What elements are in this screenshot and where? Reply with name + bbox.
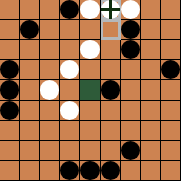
white-stone bbox=[40, 80, 59, 99]
board-cell[interactable] bbox=[40, 60, 60, 80]
board-cell[interactable] bbox=[101, 121, 121, 141]
white-stone bbox=[121, 0, 140, 19]
board-cell[interactable] bbox=[60, 60, 80, 80]
board-cell[interactable] bbox=[141, 141, 161, 161]
game-board bbox=[0, 0, 181, 181]
board-cell[interactable] bbox=[121, 161, 141, 181]
board-cell[interactable] bbox=[0, 0, 20, 20]
board-cell[interactable] bbox=[80, 141, 100, 161]
board-cell[interactable] bbox=[161, 60, 181, 80]
board-cell[interactable] bbox=[141, 0, 161, 20]
board-cell[interactable] bbox=[60, 20, 80, 40]
board-cell[interactable] bbox=[141, 40, 161, 60]
board-cell[interactable] bbox=[141, 60, 161, 80]
board-cell[interactable] bbox=[40, 121, 60, 141]
white-stone bbox=[80, 0, 99, 19]
board-cell[interactable] bbox=[121, 0, 141, 20]
board-cell[interactable] bbox=[40, 161, 60, 181]
board-cell[interactable] bbox=[20, 0, 40, 20]
black-stone bbox=[80, 161, 99, 180]
board-cell[interactable] bbox=[80, 0, 100, 20]
board-cell[interactable] bbox=[161, 20, 181, 40]
black-stone bbox=[0, 80, 19, 99]
board-cell[interactable] bbox=[101, 80, 121, 100]
board-cell[interactable] bbox=[40, 40, 60, 60]
black-stone bbox=[101, 161, 120, 180]
board-cell[interactable] bbox=[20, 121, 40, 141]
board-cell[interactable] bbox=[80, 121, 100, 141]
board-cell[interactable] bbox=[0, 141, 20, 161]
board-cell[interactable] bbox=[60, 161, 80, 181]
board-cell[interactable] bbox=[0, 80, 20, 100]
board-cell[interactable] bbox=[60, 121, 80, 141]
black-stone bbox=[20, 20, 39, 39]
board-cell[interactable] bbox=[161, 121, 181, 141]
board-cell[interactable] bbox=[101, 161, 121, 181]
board-cell[interactable] bbox=[80, 40, 100, 60]
board-cell[interactable] bbox=[161, 40, 181, 60]
green-square-marker[interactable] bbox=[80, 80, 100, 100]
board-cell[interactable] bbox=[101, 40, 121, 60]
black-stone bbox=[60, 161, 79, 180]
board-cell[interactable] bbox=[0, 40, 20, 60]
board-cell[interactable] bbox=[40, 101, 60, 121]
board-cell[interactable] bbox=[60, 40, 80, 60]
board-cell[interactable] bbox=[121, 40, 141, 60]
board-cell[interactable] bbox=[161, 0, 181, 20]
black-stone bbox=[60, 0, 79, 19]
crosshair-marker-icon bbox=[101, 8, 120, 11]
board-cell[interactable] bbox=[20, 80, 40, 100]
black-stone bbox=[121, 141, 140, 160]
board-cell[interactable] bbox=[20, 20, 40, 40]
board-cell[interactable] bbox=[40, 20, 60, 40]
board-cell[interactable] bbox=[60, 0, 80, 20]
white-stone bbox=[60, 101, 79, 120]
black-stone bbox=[101, 80, 120, 99]
black-stone bbox=[0, 60, 19, 79]
board-cell[interactable] bbox=[101, 60, 121, 80]
board-cell[interactable] bbox=[141, 121, 161, 141]
board-cell[interactable] bbox=[80, 101, 100, 121]
board-cell[interactable] bbox=[161, 80, 181, 100]
board-cell[interactable] bbox=[60, 80, 80, 100]
board-cell[interactable] bbox=[40, 80, 60, 100]
board-cell[interactable] bbox=[141, 161, 161, 181]
black-stone bbox=[161, 60, 180, 79]
board-cell[interactable] bbox=[40, 0, 60, 20]
board-cell[interactable] bbox=[20, 101, 40, 121]
white-stone bbox=[60, 60, 79, 79]
highlighted-empty-cell[interactable] bbox=[101, 20, 121, 40]
board-cell[interactable] bbox=[121, 80, 141, 100]
board-cell[interactable] bbox=[0, 101, 20, 121]
board-cell[interactable] bbox=[60, 141, 80, 161]
board-cell[interactable] bbox=[0, 60, 20, 80]
board-cell[interactable] bbox=[161, 141, 181, 161]
board-cell[interactable] bbox=[121, 20, 141, 40]
board-cell[interactable] bbox=[20, 40, 40, 60]
board-cell[interactable] bbox=[0, 121, 20, 141]
white-stone bbox=[80, 40, 99, 59]
board-cell[interactable] bbox=[20, 161, 40, 181]
board-cell[interactable] bbox=[141, 101, 161, 121]
board-cell[interactable] bbox=[0, 161, 20, 181]
board-cell[interactable] bbox=[101, 0, 121, 20]
board-cell[interactable] bbox=[20, 141, 40, 161]
board-cell[interactable] bbox=[121, 60, 141, 80]
board-cell[interactable] bbox=[161, 161, 181, 181]
board-cell[interactable] bbox=[141, 80, 161, 100]
board-cell[interactable] bbox=[161, 101, 181, 121]
board-cell[interactable] bbox=[80, 20, 100, 40]
board-cell[interactable] bbox=[101, 141, 121, 161]
black-stone bbox=[0, 101, 19, 120]
board-cell[interactable] bbox=[60, 101, 80, 121]
board-cell[interactable] bbox=[0, 20, 20, 40]
board-cell[interactable] bbox=[121, 101, 141, 121]
board-cell[interactable] bbox=[121, 141, 141, 161]
board-cell[interactable] bbox=[80, 161, 100, 181]
board-cell[interactable] bbox=[80, 60, 100, 80]
board-cell[interactable] bbox=[40, 141, 60, 161]
board-cell[interactable] bbox=[20, 60, 40, 80]
board-cell[interactable] bbox=[101, 101, 121, 121]
black-stone bbox=[121, 40, 140, 59]
board-cell[interactable] bbox=[121, 121, 141, 141]
black-stone bbox=[121, 20, 140, 39]
board-cell[interactable] bbox=[141, 20, 161, 40]
